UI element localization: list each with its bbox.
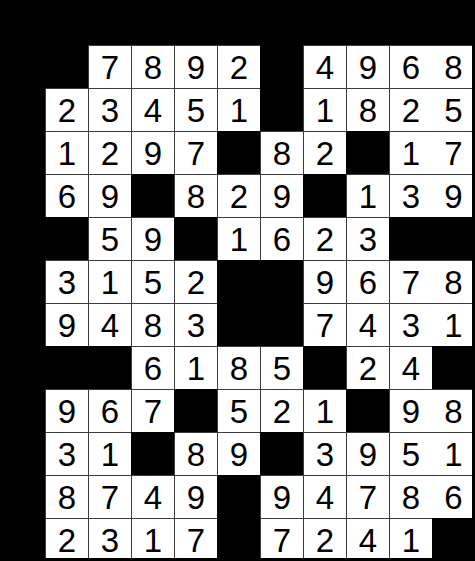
digit-cell-r5-c8[interactable]: 3: [346, 217, 389, 260]
block-cell-r12-c10: [432, 518, 475, 561]
block-cell-r6-c6: [260, 260, 303, 303]
digit-cell-r12-c8[interactable]: 4: [346, 518, 389, 561]
digit-cell-r11-c8[interactable]: 7: [346, 475, 389, 518]
digit-cell-r4-c4[interactable]: 8: [174, 174, 217, 217]
digit-cell-r4-c2[interactable]: 9: [88, 174, 131, 217]
digit-cell-r10-c5[interactable]: 9: [217, 432, 260, 475]
digit-cell-r7-c10[interactable]: 1: [432, 303, 475, 346]
block-cell-r0-c10: [432, 2, 475, 45]
block-cell-r0-c7: [303, 2, 346, 45]
block-cell-r5-c0: [2, 217, 45, 260]
digit-cell-r11-c3[interactable]: 4: [131, 475, 174, 518]
digit-cell-r4-c5[interactable]: 2: [217, 174, 260, 217]
block-cell-r4-c7: [303, 174, 346, 217]
digit-cell-r8-c3[interactable]: 6: [131, 346, 174, 389]
block-cell-r6-c5: [217, 260, 260, 303]
digit-cell-r11-c7[interactable]: 4: [303, 475, 346, 518]
digit-cell-r9-c9[interactable]: 9: [389, 389, 432, 432]
block-cell-r5-c10: [432, 217, 475, 260]
block-cell-r8-c2: [88, 346, 131, 389]
digit-cell-r9-c2[interactable]: 6: [88, 389, 131, 432]
digit-cell-r9-c3[interactable]: 7: [131, 389, 174, 432]
digit-cell-r1-c2[interactable]: 7: [88, 45, 131, 88]
block-cell-r0-c5: [217, 2, 260, 45]
digit-cell-r2-c1[interactable]: 2: [45, 88, 88, 131]
digit-cell-r10-c2[interactable]: 1: [88, 432, 131, 475]
digit-cell-r1-c9[interactable]: 6: [389, 45, 432, 88]
digit-cell-r6-c1[interactable]: 3: [45, 260, 88, 303]
digit-cell-r2-c9[interactable]: 2: [389, 88, 432, 131]
block-cell-r3-c5: [217, 131, 260, 174]
block-cell-r7-c0: [2, 303, 45, 346]
digit-cell-r9-c10[interactable]: 8: [432, 389, 475, 432]
digit-cell-r9-c6[interactable]: 2: [260, 389, 303, 432]
block-cell-r0-c9: [389, 2, 432, 45]
digit-cell-r5-c3[interactable]: 9: [131, 217, 174, 260]
digit-cell-r3-c9[interactable]: 1: [389, 131, 432, 174]
digit-cell-r2-c8[interactable]: 8: [346, 88, 389, 131]
block-cell-r3-c0: [2, 131, 45, 174]
digit-cell-r1-c8[interactable]: 9: [346, 45, 389, 88]
digit-cell-r4-c8[interactable]: 1: [346, 174, 389, 217]
digit-cell-r4-c6[interactable]: 9: [260, 174, 303, 217]
digit-cell-r2-c4[interactable]: 5: [174, 88, 217, 131]
digit-cell-r7-c9[interactable]: 3: [389, 303, 432, 346]
block-cell-r1-c6: [260, 45, 303, 88]
digit-cell-r6-c2[interactable]: 1: [88, 260, 131, 303]
digit-cell-r3-c6[interactable]: 8: [260, 131, 303, 174]
digit-cell-r8-c4[interactable]: 1: [174, 346, 217, 389]
digit-cell-r6-c8[interactable]: 6: [346, 260, 389, 303]
digit-cell-r10-c8[interactable]: 9: [346, 432, 389, 475]
digit-cell-r12-c3[interactable]: 1: [131, 518, 174, 561]
block-cell-r9-c4: [174, 389, 217, 432]
digit-cell-r12-c4[interactable]: 7: [174, 518, 217, 561]
block-cell-r8-c10: [432, 346, 475, 389]
digit-cell-r12-c7[interactable]: 2: [303, 518, 346, 561]
digit-cell-r3-c3[interactable]: 9: [131, 131, 174, 174]
digit-cell-r1-c10[interactable]: 8: [432, 45, 475, 88]
digit-cell-r11-c9[interactable]: 8: [389, 475, 432, 518]
digit-cell-r10-c4[interactable]: 8: [174, 432, 217, 475]
digit-cell-r2-c7[interactable]: 1: [303, 88, 346, 131]
digit-cell-r4-c9[interactable]: 3: [389, 174, 432, 217]
digit-cell-r8-c8[interactable]: 2: [346, 346, 389, 389]
digit-cell-r2-c3[interactable]: 4: [131, 88, 174, 131]
block-cell-r0-c6: [260, 2, 303, 45]
block-cell-r4-c3: [131, 174, 174, 217]
digit-cell-r11-c6[interactable]: 9: [260, 475, 303, 518]
digit-cell-r3-c10[interactable]: 7: [432, 131, 475, 174]
block-cell-r11-c5: [217, 475, 260, 518]
block-cell-r4-c0: [2, 174, 45, 217]
block-cell-r8-c7: [303, 346, 346, 389]
digit-cell-r11-c2[interactable]: 7: [88, 475, 131, 518]
digit-cell-r10-c1[interactable]: 3: [45, 432, 88, 475]
block-cell-r3-c8: [346, 131, 389, 174]
digit-cell-r3-c1[interactable]: 1: [45, 131, 88, 174]
block-cell-r12-c5: [217, 518, 260, 561]
digit-cell-r3-c2[interactable]: 2: [88, 131, 131, 174]
digit-cell-r8-c5[interactable]: 8: [217, 346, 260, 389]
digit-cell-r3-c4[interactable]: 7: [174, 131, 217, 174]
digit-cell-r12-c6[interactable]: 7: [260, 518, 303, 561]
digit-cell-r7-c1[interactable]: 9: [45, 303, 88, 346]
digit-cell-r5-c6[interactable]: 6: [260, 217, 303, 260]
block-cell-r8-c0: [2, 346, 45, 389]
digit-cell-r11-c10[interactable]: 6: [432, 475, 475, 518]
digit-cell-r5-c7[interactable]: 2: [303, 217, 346, 260]
block-cell-r0-c3: [131, 2, 174, 45]
digit-cell-r12-c1[interactable]: 2: [45, 518, 88, 561]
block-cell-r5-c4: [174, 217, 217, 260]
digit-cell-r4-c10[interactable]: 9: [432, 174, 475, 217]
digit-cell-r12-c9[interactable]: 1: [389, 518, 432, 561]
block-cell-r5-c9: [389, 217, 432, 260]
block-cell-r0-c8: [346, 2, 389, 45]
digit-cell-r1-c4[interactable]: 9: [174, 45, 217, 88]
digit-cell-r7-c2[interactable]: 4: [88, 303, 131, 346]
block-cell-r10-c3: [131, 432, 174, 475]
digit-cell-r6-c9[interactable]: 7: [389, 260, 432, 303]
digit-cell-r5-c5[interactable]: 1: [217, 217, 260, 260]
digit-cell-r7-c3[interactable]: 8: [131, 303, 174, 346]
block-cell-r7-c5: [217, 303, 260, 346]
digit-cell-r8-c9[interactable]: 4: [389, 346, 432, 389]
block-cell-r5-c1: [45, 217, 88, 260]
digit-cell-r1-c5[interactable]: 2: [217, 45, 260, 88]
digit-cell-r10-c10[interactable]: 1: [432, 432, 475, 475]
digit-cell-r3-c7[interactable]: 2: [303, 131, 346, 174]
digit-cell-r2-c2[interactable]: 3: [88, 88, 131, 131]
block-cell-r9-c0: [2, 389, 45, 432]
block-cell-r0-c0: [2, 2, 45, 45]
puzzle-board: 7892496823451182512978217698291395916233…: [2, 2, 475, 561]
digit-cell-r1-c7[interactable]: 4: [303, 45, 346, 88]
digit-cell-r11-c4[interactable]: 9: [174, 475, 217, 518]
block-cell-r12-c0: [2, 518, 45, 561]
digit-cell-r6-c10[interactable]: 8: [432, 260, 475, 303]
digit-cell-r7-c4[interactable]: 3: [174, 303, 217, 346]
block-cell-r0-c1: [45, 2, 88, 45]
block-cell-r7-c6: [260, 303, 303, 346]
digit-cell-r6-c7[interactable]: 9: [303, 260, 346, 303]
block-cell-r6-c0: [2, 260, 45, 303]
digit-cell-r10-c7[interactable]: 3: [303, 432, 346, 475]
block-cell-r1-c0: [2, 45, 45, 88]
digit-cell-r7-c8[interactable]: 4: [346, 303, 389, 346]
digit-cell-r1-c3[interactable]: 8: [131, 45, 174, 88]
digit-cell-r2-c10[interactable]: 5: [432, 88, 475, 131]
digit-cell-r2-c5[interactable]: 1: [217, 88, 260, 131]
digit-cell-r4-c1[interactable]: 6: [45, 174, 88, 217]
digit-cell-r9-c7[interactable]: 1: [303, 389, 346, 432]
digit-cell-r6-c3[interactable]: 5: [131, 260, 174, 303]
digit-cell-r8-c6[interactable]: 5: [260, 346, 303, 389]
block-cell-r10-c6: [260, 432, 303, 475]
digit-cell-r9-c5[interactable]: 5: [217, 389, 260, 432]
digit-cell-r7-c7[interactable]: 7: [303, 303, 346, 346]
block-cell-r0-c4: [174, 2, 217, 45]
digit-cell-r12-c2[interactable]: 3: [88, 518, 131, 561]
digit-cell-r9-c1[interactable]: 9: [45, 389, 88, 432]
block-cell-r2-c0: [2, 88, 45, 131]
block-cell-r11-c0: [2, 475, 45, 518]
digit-cell-r10-c9[interactable]: 5: [389, 432, 432, 475]
block-cell-r0-c2: [88, 2, 131, 45]
block-cell-r9-c8: [346, 389, 389, 432]
digit-cell-r6-c4[interactable]: 2: [174, 260, 217, 303]
block-cell-r1-c1: [45, 45, 88, 88]
digit-cell-r5-c2[interactable]: 5: [88, 217, 131, 260]
block-cell-r10-c0: [2, 432, 45, 475]
digit-cell-r11-c1[interactable]: 8: [45, 475, 88, 518]
block-cell-r2-c6: [260, 88, 303, 131]
puzzle-frame: 7892496823451182512978217698291395916233…: [0, 0, 475, 561]
block-cell-r8-c1: [45, 346, 88, 389]
